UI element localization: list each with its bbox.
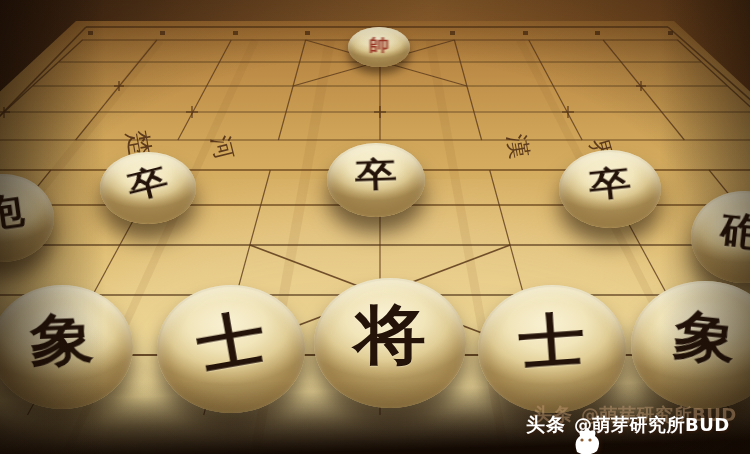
piece-black-advisor-left[interactable]: 士	[157, 285, 305, 413]
piece-red-general[interactable]: 帥	[348, 27, 410, 67]
watermark: 头条 @萌芽研究所BUD	[526, 404, 730, 446]
piece-glyph-black-cannon-right: 砲	[719, 210, 750, 254]
piece-glyph-black-cannon-left: 砲	[0, 191, 26, 234]
piece-glyph-black-soldier-left: 卒	[125, 163, 172, 204]
piece-glyph-black-advisor-left: 士	[192, 305, 269, 376]
piece-glyph-black-elephant-left: 象	[29, 310, 95, 369]
watermark-platform-label: 头条	[526, 412, 566, 438]
piece-glyph-red-general: 帥	[369, 36, 389, 53]
piece-black-advisor-right[interactable]: 士	[478, 285, 626, 413]
piece-black-soldier-right[interactable]: 卒	[559, 150, 661, 228]
piece-glyph-black-soldier-center: 卒	[354, 157, 397, 192]
photo-frame: 楚 河 漢 界 帥卒卒卒砲砲象士将士象 头条 @萌芽研究所BUD	[0, 0, 750, 454]
piece-black-soldier-center[interactable]: 卒	[327, 143, 425, 217]
river-char-han: 漢	[502, 132, 534, 160]
piece-glyph-black-advisor-right: 士	[517, 310, 587, 373]
piece-glyph-black-elephant-right: 象	[671, 307, 738, 368]
piece-black-soldier-left[interactable]: 卒	[100, 152, 196, 224]
piece-glyph-black-soldier-right: 卒	[587, 165, 632, 203]
piece-black-general[interactable]: 将	[314, 278, 466, 408]
piece-glyph-black-general: 将	[354, 302, 426, 367]
